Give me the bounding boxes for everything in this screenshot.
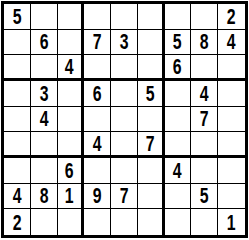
sudoku-cell-r9c7[interactable] (165, 209, 192, 235)
sudoku-cell-r1c6[interactable] (138, 4, 165, 30)
sudoku-cell-r1c1[interactable]: 5 (4, 4, 31, 30)
given-digit: 6 (39, 30, 48, 53)
sudoku-cell-r2c4[interactable]: 7 (84, 30, 111, 56)
sudoku-cell-r9c3[interactable] (58, 209, 85, 235)
sudoku-cell-r9c1[interactable]: 2 (4, 209, 31, 235)
sudoku-cell-r7c5[interactable] (111, 158, 138, 184)
sudoku-cell-r3c6[interactable] (138, 55, 165, 81)
sudoku-cell-r3c1[interactable] (4, 55, 31, 81)
sudoku-cell-r5c1[interactable] (4, 107, 31, 133)
sudoku-cell-r7c3[interactable]: 6 (58, 158, 85, 184)
sudoku-cell-r6c1[interactable] (4, 132, 31, 158)
sudoku-cell-r8c9[interactable] (218, 184, 245, 210)
given-digit: 8 (200, 30, 209, 53)
given-digit: 4 (93, 132, 102, 155)
given-digit: 7 (200, 107, 209, 130)
sudoku-cell-r7c6[interactable] (138, 158, 165, 184)
given-digit: 4 (227, 30, 236, 53)
given-digit: 8 (39, 184, 48, 207)
sudoku-cell-r5c2[interactable]: 4 (31, 107, 58, 133)
given-digit: 6 (173, 55, 182, 78)
sudoku-cell-r9c2[interactable] (31, 209, 58, 235)
sudoku-cell-r4c5[interactable] (111, 81, 138, 107)
sudoku-cell-r6c3[interactable] (58, 132, 85, 158)
sudoku-cell-r8c5[interactable]: 7 (111, 184, 138, 210)
sudoku-cell-r4c3[interactable] (58, 81, 85, 107)
sudoku-cell-r2c3[interactable] (58, 30, 85, 56)
sudoku-cell-r2c9[interactable]: 4 (218, 30, 245, 56)
given-digit: 4 (12, 184, 21, 207)
sudoku-cell-r3c5[interactable] (111, 55, 138, 81)
given-digit: 3 (120, 30, 129, 53)
sudoku-cell-r9c8[interactable] (191, 209, 218, 235)
sudoku-page: 5267358446365447476448197521 (0, 0, 249, 240)
sudoku-cell-r8c2[interactable]: 8 (31, 184, 58, 210)
sudoku-cell-r6c2[interactable] (31, 132, 58, 158)
sudoku-cell-r1c3[interactable] (58, 4, 85, 30)
sudoku-cell-r5c7[interactable] (165, 107, 192, 133)
sudoku-cell-r1c8[interactable] (191, 4, 218, 30)
sudoku-cell-r5c8[interactable]: 7 (191, 107, 218, 133)
given-digit: 6 (65, 159, 74, 182)
sudoku-cell-r7c9[interactable] (218, 158, 245, 184)
sudoku-cell-r9c5[interactable] (111, 209, 138, 235)
given-digit: 5 (145, 82, 154, 105)
sudoku-cell-r4c9[interactable] (218, 81, 245, 107)
sudoku-cell-r8c6[interactable] (138, 184, 165, 210)
sudoku-cell-r8c4[interactable]: 9 (84, 184, 111, 210)
given-digit: 5 (200, 184, 209, 207)
sudoku-cell-r6c7[interactable] (165, 132, 192, 158)
sudoku-cell-r3c9[interactable] (218, 55, 245, 81)
sudoku-cell-r3c7[interactable]: 6 (165, 55, 192, 81)
sudoku-cell-r1c2[interactable] (31, 4, 58, 30)
sudoku-cell-r1c9[interactable]: 2 (218, 4, 245, 30)
sudoku-cell-r8c3[interactable]: 1 (58, 184, 85, 210)
given-digit: 7 (120, 184, 129, 207)
sudoku-cell-r7c1[interactable] (4, 158, 31, 184)
sudoku-cell-r4c1[interactable] (4, 81, 31, 107)
sudoku-cell-r7c8[interactable] (191, 158, 218, 184)
given-digit: 2 (227, 5, 236, 28)
sudoku-cell-r4c4[interactable]: 6 (84, 81, 111, 107)
sudoku-cell-r2c5[interactable]: 3 (111, 30, 138, 56)
given-digit: 2 (12, 211, 21, 234)
given-digit: 6 (93, 82, 102, 105)
given-digit: 4 (173, 159, 182, 182)
sudoku-cell-r9c6[interactable] (138, 209, 165, 235)
sudoku-cell-r6c4[interactable]: 4 (84, 132, 111, 158)
given-digit: 7 (93, 30, 102, 53)
sudoku-cell-r7c7[interactable]: 4 (165, 158, 192, 184)
sudoku-cell-r2c2[interactable]: 6 (31, 30, 58, 56)
given-digit: 1 (65, 184, 74, 207)
sudoku-cell-r3c4[interactable] (84, 55, 111, 81)
sudoku-cell-r8c7[interactable] (165, 184, 192, 210)
sudoku-cell-r4c6[interactable]: 5 (138, 81, 165, 107)
given-digit: 4 (65, 55, 74, 78)
given-digit: 4 (39, 107, 48, 130)
sudoku-cell-r4c8[interactable]: 4 (191, 81, 218, 107)
sudoku-cell-r5c6[interactable] (138, 107, 165, 133)
sudoku-cell-r3c3[interactable]: 4 (58, 55, 85, 81)
sudoku-cell-r2c7[interactable]: 5 (165, 30, 192, 56)
sudoku-cell-r6c9[interactable] (218, 132, 245, 158)
sudoku-cell-r4c7[interactable] (165, 81, 192, 107)
sudoku-cell-r5c3[interactable] (58, 107, 85, 133)
sudoku-cell-r2c6[interactable] (138, 30, 165, 56)
sudoku-cell-r6c8[interactable] (191, 132, 218, 158)
given-digit: 3 (39, 82, 48, 105)
given-digit: 1 (227, 211, 236, 234)
sudoku-cell-r5c4[interactable] (84, 107, 111, 133)
sudoku-cell-r9c4[interactable] (84, 209, 111, 235)
sudoku-cell-r3c2[interactable] (31, 55, 58, 81)
given-digit: 5 (173, 30, 182, 53)
sudoku-cell-r6c6[interactable]: 7 (138, 132, 165, 158)
sudoku-cell-r2c1[interactable] (4, 30, 31, 56)
given-digit: 4 (200, 82, 209, 105)
sudoku-cell-r7c4[interactable] (84, 158, 111, 184)
sudoku-cell-r1c5[interactable] (111, 4, 138, 30)
sudoku-cell-r5c9[interactable] (218, 107, 245, 133)
sudoku-cell-r3c8[interactable] (191, 55, 218, 81)
sudoku-cell-r6c5[interactable] (111, 132, 138, 158)
sudoku-cell-r9c9[interactable]: 1 (218, 209, 245, 235)
sudoku-cell-r7c2[interactable] (31, 158, 58, 184)
sudoku-cell-r5c5[interactable] (111, 107, 138, 133)
given-digit: 9 (93, 184, 102, 207)
sudoku-cell-r1c4[interactable] (84, 4, 111, 30)
sudoku-cell-r8c1[interactable]: 4 (4, 184, 31, 210)
sudoku-board: 5267358446365447476448197521 (1, 1, 248, 238)
sudoku-cell-r4c2[interactable]: 3 (31, 81, 58, 107)
given-digit: 5 (12, 5, 21, 28)
sudoku-cell-r1c7[interactable] (165, 4, 192, 30)
sudoku-cell-r2c8[interactable]: 8 (191, 30, 218, 56)
given-digit: 7 (145, 132, 154, 155)
sudoku-cell-r8c8[interactable]: 5 (191, 184, 218, 210)
